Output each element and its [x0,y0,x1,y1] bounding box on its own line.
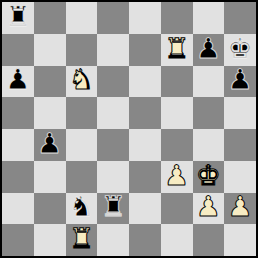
square-b5[interactable] [34,97,66,129]
square-h3[interactable] [224,161,256,193]
square-a8[interactable]: ♜ [2,2,34,34]
square-e3[interactable] [129,161,161,193]
square-d7[interactable] [97,34,129,66]
white-knight[interactable]: ♞ [69,66,94,94]
square-d2[interactable]: ♜ [97,193,129,225]
square-f4[interactable] [161,129,193,161]
square-b2[interactable] [34,193,66,225]
square-f1[interactable] [161,224,193,256]
square-h7[interactable]: ♚ [224,34,256,66]
square-d1[interactable] [97,224,129,256]
square-b7[interactable] [34,34,66,66]
square-d8[interactable] [97,2,129,34]
square-a6[interactable]: ♟ [2,66,34,98]
square-e1[interactable] [129,224,161,256]
square-h8[interactable] [224,2,256,34]
black-king[interactable]: ♚ [228,35,253,63]
square-b1[interactable] [34,224,66,256]
white-pawn[interactable]: ♟ [228,193,253,221]
square-h1[interactable] [224,224,256,256]
square-g7[interactable]: ♟ [193,34,225,66]
square-c2[interactable]: ♞ [66,193,98,225]
square-b8[interactable] [34,2,66,34]
square-g8[interactable] [193,2,225,34]
square-a5[interactable] [2,97,34,129]
white-king[interactable]: ♚ [196,162,221,190]
square-a7[interactable] [2,34,34,66]
square-g5[interactable] [193,97,225,129]
square-d3[interactable] [97,161,129,193]
square-a1[interactable] [2,224,34,256]
black-pawn[interactable]: ♟ [5,66,30,94]
black-rook[interactable]: ♜ [5,3,30,31]
square-f8[interactable] [161,2,193,34]
square-g4[interactable] [193,129,225,161]
black-pawn[interactable]: ♟ [37,130,62,158]
square-d6[interactable] [97,66,129,98]
black-knight[interactable]: ♞ [69,193,94,221]
square-h5[interactable] [224,97,256,129]
square-g6[interactable] [193,66,225,98]
square-c6[interactable]: ♞ [66,66,98,98]
square-c1[interactable]: ♜ [66,224,98,256]
square-g3[interactable]: ♚ [193,161,225,193]
square-g2[interactable]: ♟ [193,193,225,225]
square-f7[interactable]: ♜ [161,34,193,66]
square-h6[interactable]: ♟ [224,66,256,98]
white-pawn[interactable]: ♟ [196,193,221,221]
square-e6[interactable] [129,66,161,98]
square-a3[interactable] [2,161,34,193]
square-d4[interactable] [97,129,129,161]
square-f5[interactable] [161,97,193,129]
square-b4[interactable]: ♟ [34,129,66,161]
square-h2[interactable]: ♟ [224,193,256,225]
black-rook[interactable]: ♜ [101,193,126,221]
black-pawn[interactable]: ♟ [228,66,253,94]
square-e8[interactable] [129,2,161,34]
square-e2[interactable] [129,193,161,225]
white-rook[interactable]: ♜ [69,225,94,253]
square-e7[interactable] [129,34,161,66]
square-c8[interactable] [66,2,98,34]
square-d5[interactable] [97,97,129,129]
square-c3[interactable] [66,161,98,193]
chess-board: ♜♜♟♚♟♞♟♟♟♚♞♜♟♟♜ [0,0,258,258]
square-b6[interactable] [34,66,66,98]
square-c4[interactable] [66,129,98,161]
square-c7[interactable] [66,34,98,66]
square-b3[interactable] [34,161,66,193]
square-f2[interactable] [161,193,193,225]
black-pawn[interactable]: ♟ [196,35,221,63]
square-e4[interactable] [129,129,161,161]
square-e5[interactable] [129,97,161,129]
square-h4[interactable] [224,129,256,161]
square-f3[interactable]: ♟ [161,161,193,193]
square-f6[interactable] [161,66,193,98]
square-a2[interactable] [2,193,34,225]
square-a4[interactable] [2,129,34,161]
white-rook[interactable]: ♜ [164,35,189,63]
white-pawn[interactable]: ♟ [164,162,189,190]
square-g1[interactable] [193,224,225,256]
square-c5[interactable] [66,97,98,129]
